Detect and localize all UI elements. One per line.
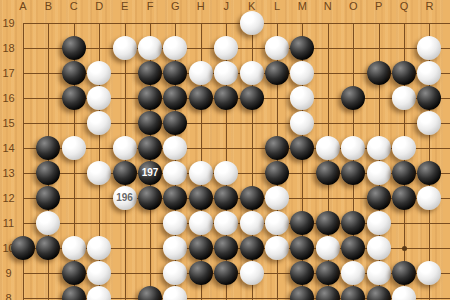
stone-E14 <box>113 136 137 160</box>
stone-D8 <box>87 286 111 300</box>
stone-J18 <box>214 36 238 60</box>
row-label-11: 11 <box>0 216 17 230</box>
row-label-9: 9 <box>0 266 17 280</box>
stone-G16 <box>163 86 187 110</box>
stone-R16 <box>417 86 441 110</box>
stone-R18 <box>417 36 441 60</box>
grid-hline <box>23 23 450 24</box>
stone-P11 <box>367 211 391 235</box>
stone-M16 <box>290 86 314 110</box>
row-label-14: 14 <box>0 141 17 155</box>
stone-C14 <box>62 136 86 160</box>
stone-G8 <box>163 286 187 300</box>
stone-F18 <box>138 36 162 60</box>
column-label-G: G <box>167 0 183 13</box>
stone-M17 <box>290 61 314 85</box>
column-label-L: L <box>269 0 285 13</box>
column-label-B: B <box>40 0 56 13</box>
stone-J13 <box>214 161 238 185</box>
stone-K12 <box>240 186 264 210</box>
row-label-15: 15 <box>0 116 17 130</box>
stone-J12 <box>214 186 238 210</box>
stone-B11 <box>36 211 60 235</box>
column-label-D: D <box>91 0 107 13</box>
stone-Q17 <box>392 61 416 85</box>
stone-F8 <box>138 286 162 300</box>
stone-D16 <box>87 86 111 110</box>
column-label-E: E <box>117 0 133 13</box>
stone-N11 <box>316 211 340 235</box>
stone-P14 <box>367 136 391 160</box>
stone-J10 <box>214 236 238 260</box>
row-label-8: 8 <box>0 291 17 300</box>
column-label-A: A <box>15 0 31 13</box>
stone-P13 <box>367 161 391 185</box>
stone-N8 <box>316 286 340 300</box>
go-board[interactable]: ABCDEFGHJKLMNOPQR 1918171615141312111098… <box>0 0 450 300</box>
stone-O8 <box>341 286 365 300</box>
stone-O16 <box>341 86 365 110</box>
stone-B12 <box>36 186 60 210</box>
stone-F12 <box>138 186 162 210</box>
stone-D17 <box>87 61 111 85</box>
column-label-C: C <box>66 0 82 13</box>
stone-H13 <box>189 161 213 185</box>
stone-O10 <box>341 236 365 260</box>
stone-E13 <box>113 161 137 185</box>
stone-N13 <box>316 161 340 185</box>
stone-H10 <box>189 236 213 260</box>
stone-K19 <box>240 11 264 35</box>
stone-K10 <box>240 236 264 260</box>
column-label-R: R <box>421 0 437 13</box>
column-label-O: O <box>345 0 361 13</box>
stone-K11 <box>240 211 264 235</box>
stone-P17 <box>367 61 391 85</box>
stone-O14 <box>341 136 365 160</box>
row-label-12: 12 <box>0 191 17 205</box>
stone-G18 <box>163 36 187 60</box>
stone-Q16 <box>392 86 416 110</box>
column-label-J: J <box>218 0 234 13</box>
column-label-F: F <box>142 0 158 13</box>
stone-F17 <box>138 61 162 85</box>
stone-G13 <box>163 161 187 185</box>
stone-M18 <box>290 36 314 60</box>
stone-E18 <box>113 36 137 60</box>
stone-H17 <box>189 61 213 85</box>
stone-L12 <box>265 186 289 210</box>
stone-N9 <box>316 261 340 285</box>
stone-M10 <box>290 236 314 260</box>
stone-P8 <box>367 286 391 300</box>
stone-G12 <box>163 186 187 210</box>
stone-M15 <box>290 111 314 135</box>
column-label-P: P <box>371 0 387 13</box>
stone-P10 <box>367 236 391 260</box>
stone-H11 <box>189 211 213 235</box>
stone-B14 <box>36 136 60 160</box>
stone-O13 <box>341 161 365 185</box>
stone-L14 <box>265 136 289 160</box>
stone-R13 <box>417 161 441 185</box>
stone-Q13 <box>392 161 416 185</box>
stone-F16 <box>138 86 162 110</box>
stone-M11 <box>290 211 314 235</box>
stone-C10 <box>62 236 86 260</box>
stone-E12-move-196: 196 <box>113 186 137 210</box>
stone-D13 <box>87 161 111 185</box>
stone-J9 <box>214 261 238 285</box>
stone-H9 <box>189 261 213 285</box>
stone-Q8 <box>392 286 416 300</box>
stone-L11 <box>265 211 289 235</box>
column-label-Q: Q <box>396 0 412 13</box>
stone-N10 <box>316 236 340 260</box>
stone-M9 <box>290 261 314 285</box>
row-label-16: 16 <box>0 91 17 105</box>
stone-L13 <box>265 161 289 185</box>
stone-O9 <box>341 261 365 285</box>
stone-B10 <box>36 236 60 260</box>
stone-Q9 <box>392 261 416 285</box>
stone-P12 <box>367 186 391 210</box>
stone-M8 <box>290 286 314 300</box>
row-label-13: 13 <box>0 166 17 180</box>
column-label-H: H <box>193 0 209 13</box>
row-label-19: 19 <box>0 16 17 30</box>
column-label-N: N <box>320 0 336 13</box>
stone-R12 <box>417 186 441 210</box>
stone-K16 <box>240 86 264 110</box>
stone-D9 <box>87 261 111 285</box>
stone-N14 <box>316 136 340 160</box>
stone-F13-move-197: 197 <box>138 161 162 185</box>
stone-D15 <box>87 111 111 135</box>
stone-Q12 <box>392 186 416 210</box>
stone-R17 <box>417 61 441 85</box>
stone-B13 <box>36 161 60 185</box>
stone-J17 <box>214 61 238 85</box>
stone-Q14 <box>392 136 416 160</box>
stone-C9 <box>62 261 86 285</box>
stone-G9 <box>163 261 187 285</box>
stone-D10 <box>87 236 111 260</box>
stone-F15 <box>138 111 162 135</box>
column-label-M: M <box>294 0 310 13</box>
stone-C16 <box>62 86 86 110</box>
stone-G14 <box>163 136 187 160</box>
stone-P9 <box>367 261 391 285</box>
hoshi-point <box>402 246 407 251</box>
stone-G15 <box>163 111 187 135</box>
stone-R15 <box>417 111 441 135</box>
stone-F14 <box>138 136 162 160</box>
stone-G10 <box>163 236 187 260</box>
stone-G17 <box>163 61 187 85</box>
stone-M14 <box>290 136 314 160</box>
stone-G11 <box>163 211 187 235</box>
stone-R9 <box>417 261 441 285</box>
stone-L18 <box>265 36 289 60</box>
stone-L17 <box>265 61 289 85</box>
stone-O11 <box>341 211 365 235</box>
stone-K9 <box>240 261 264 285</box>
stone-J11 <box>214 211 238 235</box>
stone-H16 <box>189 86 213 110</box>
stone-J16 <box>214 86 238 110</box>
row-label-18: 18 <box>0 41 17 55</box>
stone-C18 <box>62 36 86 60</box>
stone-K17 <box>240 61 264 85</box>
stone-H12 <box>189 186 213 210</box>
stone-C8 <box>62 286 86 300</box>
stone-L10 <box>265 236 289 260</box>
stone-C17 <box>62 61 86 85</box>
row-label-17: 17 <box>0 66 17 80</box>
stone-A10 <box>11 236 35 260</box>
